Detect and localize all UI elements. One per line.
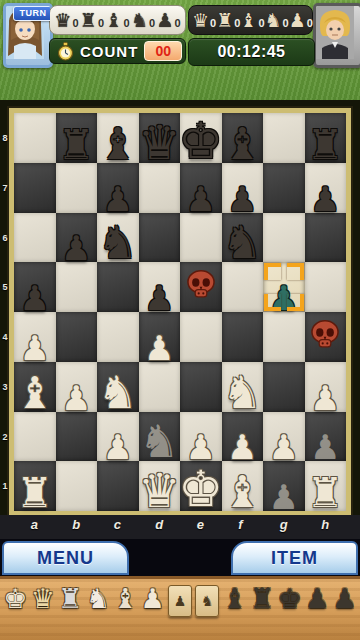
square-c5[interactable] bbox=[97, 262, 139, 312]
square-b7[interactable] bbox=[56, 163, 98, 213]
white-queen-skin[interactable]: ♛ bbox=[31, 585, 55, 612]
blonde-man-portrait bbox=[316, 6, 354, 59]
white-bishop-skin[interactable]: ♝ bbox=[113, 585, 137, 612]
square-h6[interactable] bbox=[305, 213, 347, 263]
captured-black-pawn: ♟0 bbox=[156, 10, 180, 30]
black-bishop[interactable]: ♝ bbox=[223, 122, 262, 166]
square-h5[interactable] bbox=[305, 262, 347, 312]
black-pawn-skin[interactable]: ♟ bbox=[332, 585, 356, 612]
square-e4[interactable] bbox=[180, 312, 222, 362]
square-a7[interactable] bbox=[14, 163, 56, 213]
timer-value: 00:12:45 bbox=[217, 43, 285, 61]
square-c7[interactable]: ♟ bbox=[97, 163, 139, 213]
square-f7[interactable]: ♟ bbox=[222, 163, 264, 213]
card-piece-icon: ♟ bbox=[174, 594, 187, 608]
white-rook[interactable]: ♜ bbox=[307, 473, 344, 514]
black-rook-skin[interactable]: ♜ bbox=[250, 585, 274, 612]
move-count-panel: COUNT 00 bbox=[49, 38, 186, 64]
square-e2[interactable]: ♟ bbox=[180, 412, 222, 462]
selection-corner bbox=[287, 263, 304, 280]
white-queen[interactable]: ♛ bbox=[138, 467, 180, 514]
card-piece-icon: ♞ bbox=[201, 594, 214, 608]
square-e3[interactable] bbox=[180, 362, 222, 412]
capture-skull-marker bbox=[185, 270, 216, 303]
square-g3[interactable] bbox=[263, 362, 305, 412]
white-knight[interactable]: ♞ bbox=[98, 370, 138, 415]
capture-skull-marker bbox=[310, 320, 341, 353]
rank-label-5: 5 bbox=[1, 282, 9, 292]
black-rook[interactable]: ♜ bbox=[307, 125, 344, 166]
square-e7[interactable]: ♟ bbox=[180, 163, 222, 213]
square-g2[interactable]: ♟ bbox=[263, 412, 305, 462]
bottom-button-bar: MENU ITEM bbox=[0, 539, 360, 576]
square-d1[interactable]: ♛ bbox=[139, 461, 181, 511]
rank-label-4: 4 bbox=[1, 332, 9, 342]
count-label: COUNT bbox=[80, 43, 138, 60]
rank-label-8: 8 bbox=[1, 133, 9, 143]
square-a2[interactable] bbox=[14, 412, 56, 462]
square-h1[interactable]: ♜ bbox=[305, 461, 347, 511]
square-a4[interactable]: ♟ bbox=[14, 312, 56, 362]
square-b1[interactable] bbox=[56, 461, 98, 511]
file-label-a: a bbox=[31, 517, 38, 532]
white-pawn-skin[interactable]: ♟ bbox=[141, 585, 165, 612]
file-label-h: h bbox=[321, 517, 329, 532]
white-pawn[interactable]: ♟ bbox=[310, 381, 340, 415]
black-pawn-skin[interactable]: ♟ bbox=[305, 585, 329, 612]
square-d2[interactable]: ♞ bbox=[139, 412, 181, 462]
captured-white-rook: ♜0 bbox=[216, 10, 240, 30]
rank-label-6: 6 bbox=[1, 233, 9, 243]
white-bishop[interactable]: ♝ bbox=[15, 371, 54, 415]
stopwatch-icon bbox=[57, 42, 74, 61]
square-a1[interactable]: ♜ bbox=[14, 461, 56, 511]
captured-black-knight: ♞0 bbox=[131, 10, 155, 30]
captured-white-pieces-tray: ♛0♜0♝0♞0♟0 bbox=[188, 5, 313, 35]
square-b4[interactable] bbox=[56, 312, 98, 362]
square-f2[interactable]: ♟ bbox=[222, 412, 264, 462]
square-b6[interactable]: ♟ bbox=[56, 213, 98, 263]
black-pawn[interactable]: ♟ bbox=[310, 182, 340, 216]
rank-label-3: 3 bbox=[1, 382, 9, 392]
square-c6[interactable]: ♞ bbox=[97, 213, 139, 263]
black-pawn[interactable]: ♟ bbox=[103, 182, 133, 216]
black-queen-icon: ♛ bbox=[54, 10, 71, 30]
black-bishop[interactable]: ♝ bbox=[98, 122, 137, 166]
selection-corner bbox=[287, 294, 304, 311]
square-d3[interactable] bbox=[139, 362, 181, 412]
black-knight[interactable]: ♞ bbox=[222, 220, 262, 265]
black-queen[interactable]: ♛ bbox=[138, 119, 180, 166]
selection-corner bbox=[264, 263, 281, 280]
captured-count: 0 bbox=[98, 17, 104, 30]
square-f6[interactable]: ♞ bbox=[222, 213, 264, 263]
file-label-c: c bbox=[114, 517, 121, 532]
white-knight[interactable]: ♞ bbox=[222, 370, 262, 415]
square-h8[interactable]: ♜ bbox=[305, 113, 347, 163]
black-pawn[interactable]: ♟ bbox=[61, 231, 91, 265]
captured-count: 0 bbox=[72, 17, 78, 30]
white-king[interactable]: ♚ bbox=[178, 464, 223, 514]
white-bishop-icon: ♝ bbox=[240, 10, 257, 30]
square-a8[interactable] bbox=[14, 113, 56, 163]
square-b5[interactable] bbox=[56, 262, 98, 312]
black-rook-icon: ♜ bbox=[80, 10, 97, 30]
ghost-knight: ♞ bbox=[139, 419, 179, 464]
square-d5[interactable]: ♟ bbox=[139, 262, 181, 312]
black-pawn[interactable]: ♟ bbox=[144, 281, 174, 315]
square-g7[interactable] bbox=[263, 163, 305, 213]
square-c8[interactable]: ♝ bbox=[97, 113, 139, 163]
white-bishop[interactable]: ♝ bbox=[223, 470, 262, 514]
square-b8[interactable]: ♜ bbox=[56, 113, 98, 163]
file-label-b: b bbox=[72, 517, 80, 532]
black-pawn-icon: ♟ bbox=[156, 10, 173, 30]
file-label-d: d bbox=[155, 517, 163, 532]
square-h2[interactable]: ♟ bbox=[305, 412, 347, 462]
square-g1[interactable]: ♟ bbox=[263, 461, 305, 511]
white-knight-skin[interactable]: ♞ bbox=[86, 585, 110, 612]
square-g8[interactable] bbox=[263, 113, 305, 163]
black-rook[interactable]: ♜ bbox=[58, 125, 95, 166]
file-labels-band bbox=[0, 515, 360, 539]
square-h7[interactable]: ♟ bbox=[305, 163, 347, 213]
file-label-e: e bbox=[197, 517, 204, 532]
rank-label-2: 2 bbox=[1, 432, 9, 442]
square-a5[interactable]: ♟ bbox=[14, 262, 56, 312]
item-button[interactable]: ITEM bbox=[231, 541, 358, 575]
black-king[interactable]: ♚ bbox=[178, 116, 223, 166]
item-card[interactable]: ♞ bbox=[195, 585, 219, 617]
square-f5[interactable] bbox=[222, 262, 264, 312]
white-knight-icon: ♞ bbox=[265, 10, 282, 30]
captured-black-pieces-tray: ♛0♜0♝0♞0♟0 bbox=[49, 5, 186, 35]
square-f3[interactable]: ♞ bbox=[222, 362, 264, 412]
square-f1[interactable]: ♝ bbox=[222, 461, 264, 511]
captured-white-queen: ♛0 bbox=[192, 10, 216, 30]
black-king-skin[interactable]: ♚ bbox=[278, 585, 302, 612]
black-knight[interactable]: ♞ bbox=[98, 220, 138, 265]
square-d8[interactable]: ♛ bbox=[139, 113, 181, 163]
white-pawn-icon: ♟ bbox=[289, 10, 306, 30]
captured-black-bishop: ♝0 bbox=[105, 10, 129, 30]
white-pawn[interactable]: ♟ bbox=[269, 430, 299, 464]
square-b3[interactable]: ♟ bbox=[56, 362, 98, 412]
square-f4[interactable] bbox=[222, 312, 264, 362]
square-f8[interactable]: ♝ bbox=[222, 113, 264, 163]
square-c4[interactable] bbox=[97, 312, 139, 362]
ghost-pawn: ♟ bbox=[269, 480, 299, 514]
captured-count: 0 bbox=[123, 17, 129, 30]
chess-app-screen: TURN ♛0♜0♝0♞0♟0 ♛0♜0♝0♞0♟0 COUNT 00 00:1… bbox=[0, 0, 360, 640]
file-label-g: g bbox=[280, 517, 288, 532]
rank-label-7: 7 bbox=[1, 183, 9, 193]
game-timer-panel: 00:12:45 bbox=[188, 38, 315, 66]
square-e1[interactable]: ♚ bbox=[180, 461, 222, 511]
square-c3[interactable]: ♞ bbox=[97, 362, 139, 412]
ghost-pawn: ♟ bbox=[310, 430, 340, 464]
file-label-f: f bbox=[238, 517, 242, 532]
black-pawn[interactable]: ♟ bbox=[20, 281, 50, 315]
captured-black-rook: ♜0 bbox=[80, 10, 104, 30]
square-d7[interactable] bbox=[139, 163, 181, 213]
white-rook-icon: ♜ bbox=[216, 10, 233, 30]
white-pawn[interactable]: ♟ bbox=[144, 331, 174, 365]
captured-white-pawn: ♟0 bbox=[289, 10, 313, 30]
turn-badge: TURN bbox=[13, 6, 53, 21]
square-h3[interactable]: ♟ bbox=[305, 362, 347, 412]
black-pawn[interactable]: ♟ bbox=[227, 182, 257, 216]
captured-count: 0 bbox=[307, 17, 313, 30]
square-g4[interactable] bbox=[263, 312, 305, 362]
black-bishop-icon: ♝ bbox=[105, 10, 122, 30]
square-b2[interactable] bbox=[56, 412, 98, 462]
black-pawn[interactable]: ♟ bbox=[186, 182, 216, 216]
count-value: 00 bbox=[144, 41, 182, 61]
chess-board: ♜♝♛♚♝♜♟♟♟♟♟♞♞♟♟♟♟♟♝♟♞♞♟♟♞♟♟♟♟♜♛♚♝♟♜ bbox=[9, 108, 351, 516]
white-rook-skin[interactable]: ♜ bbox=[58, 585, 82, 612]
white-pawn[interactable]: ♟ bbox=[227, 430, 257, 464]
square-e6[interactable] bbox=[180, 213, 222, 263]
selection-corner bbox=[264, 294, 281, 311]
captured-count: 0 bbox=[149, 17, 155, 30]
square-a3[interactable]: ♝ bbox=[14, 362, 56, 412]
piece-skin-tray: ♚♛♜♞♝♟♟♞♝♜♚♟♟ bbox=[0, 576, 360, 640]
square-g6[interactable] bbox=[263, 213, 305, 263]
white-rook[interactable]: ♜ bbox=[16, 473, 53, 514]
square-a6[interactable] bbox=[14, 213, 56, 263]
white-pawn[interactable]: ♟ bbox=[61, 381, 91, 415]
white-pawn[interactable]: ♟ bbox=[103, 430, 133, 464]
square-g5[interactable]: ♟ bbox=[263, 262, 305, 312]
white-pawn[interactable]: ♟ bbox=[20, 331, 50, 365]
square-d4[interactable]: ♟ bbox=[139, 312, 181, 362]
right-player-avatar bbox=[313, 3, 360, 68]
captured-count: 0 bbox=[174, 17, 180, 30]
black-bishop-skin[interactable]: ♝ bbox=[223, 585, 247, 612]
black-knight-icon: ♞ bbox=[131, 10, 148, 30]
menu-button[interactable]: MENU bbox=[2, 541, 129, 575]
square-c1[interactable] bbox=[97, 461, 139, 511]
square-c2[interactable]: ♟ bbox=[97, 412, 139, 462]
rank-label-1: 1 bbox=[1, 481, 9, 491]
white-king-skin[interactable]: ♚ bbox=[3, 585, 27, 612]
square-e8[interactable]: ♚ bbox=[180, 113, 222, 163]
square-h4[interactable] bbox=[305, 312, 347, 362]
white-queen-icon: ♛ bbox=[192, 10, 209, 30]
left-player-avatar: TURN bbox=[3, 3, 53, 68]
captured-black-queen: ♛0 bbox=[54, 10, 78, 30]
captured-white-bishop: ♝0 bbox=[240, 10, 264, 30]
square-d6[interactable] bbox=[139, 213, 181, 263]
captured-white-knight: ♞0 bbox=[265, 10, 289, 30]
item-card[interactable]: ♟ bbox=[168, 585, 192, 617]
square-e5[interactable] bbox=[180, 262, 222, 312]
